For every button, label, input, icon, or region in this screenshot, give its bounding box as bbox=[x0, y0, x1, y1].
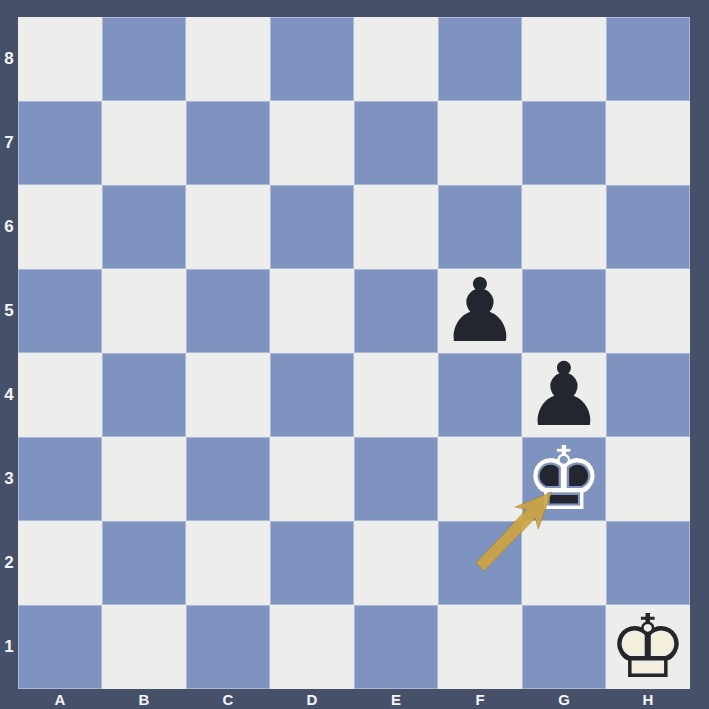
black-pawn-glyph: ♟ bbox=[438, 269, 522, 353]
chess-board-panel: ♟♟♚♔♚♔ 87654321 ABCDEFGH bbox=[0, 0, 709, 709]
square-d8[interactable] bbox=[270, 17, 354, 101]
square-g2[interactable] bbox=[522, 521, 606, 605]
black-pawn[interactable]: ♟ bbox=[438, 269, 522, 353]
file-labels: ABCDEFGH bbox=[18, 689, 690, 709]
square-g3[interactable]: ♚♔ bbox=[522, 437, 606, 521]
rank-label-1: 1 bbox=[0, 605, 18, 689]
square-a4[interactable] bbox=[18, 353, 102, 437]
square-f1[interactable] bbox=[438, 605, 522, 689]
square-e5[interactable] bbox=[354, 269, 438, 353]
square-f6[interactable] bbox=[438, 185, 522, 269]
square-h7[interactable] bbox=[606, 101, 690, 185]
square-d1[interactable] bbox=[270, 605, 354, 689]
square-d2[interactable] bbox=[270, 521, 354, 605]
white-king-outline-glyph: ♔ bbox=[606, 605, 690, 689]
square-e3[interactable] bbox=[354, 437, 438, 521]
square-c7[interactable] bbox=[186, 101, 270, 185]
file-label-h: H bbox=[606, 689, 690, 709]
square-b5[interactable] bbox=[102, 269, 186, 353]
square-e8[interactable] bbox=[354, 17, 438, 101]
rank-label-5: 5 bbox=[0, 269, 18, 353]
square-f8[interactable] bbox=[438, 17, 522, 101]
file-label-c: C bbox=[186, 689, 270, 709]
chess-board: ♟♟♚♔♚♔ bbox=[18, 17, 690, 689]
square-a6[interactable] bbox=[18, 185, 102, 269]
square-d6[interactable] bbox=[270, 185, 354, 269]
square-g5[interactable] bbox=[522, 269, 606, 353]
square-d4[interactable] bbox=[270, 353, 354, 437]
square-f4[interactable] bbox=[438, 353, 522, 437]
file-label-b: B bbox=[102, 689, 186, 709]
square-g4[interactable]: ♟ bbox=[522, 353, 606, 437]
square-d7[interactable] bbox=[270, 101, 354, 185]
square-b4[interactable] bbox=[102, 353, 186, 437]
square-f3[interactable] bbox=[438, 437, 522, 521]
file-label-g: G bbox=[522, 689, 606, 709]
square-f2[interactable] bbox=[438, 521, 522, 605]
square-b7[interactable] bbox=[102, 101, 186, 185]
square-c4[interactable] bbox=[186, 353, 270, 437]
white-king[interactable]: ♚♔ bbox=[606, 605, 690, 689]
square-b3[interactable] bbox=[102, 437, 186, 521]
square-a2[interactable] bbox=[18, 521, 102, 605]
square-c8[interactable] bbox=[186, 17, 270, 101]
file-label-d: D bbox=[270, 689, 354, 709]
square-c2[interactable] bbox=[186, 521, 270, 605]
rank-label-2: 2 bbox=[0, 521, 18, 605]
square-f7[interactable] bbox=[438, 101, 522, 185]
square-b6[interactable] bbox=[102, 185, 186, 269]
square-e1[interactable] bbox=[354, 605, 438, 689]
square-e2[interactable] bbox=[354, 521, 438, 605]
square-a5[interactable] bbox=[18, 269, 102, 353]
square-h2[interactable] bbox=[606, 521, 690, 605]
square-a3[interactable] bbox=[18, 437, 102, 521]
square-b2[interactable] bbox=[102, 521, 186, 605]
rank-labels: 87654321 bbox=[0, 17, 18, 689]
square-h4[interactable] bbox=[606, 353, 690, 437]
black-pawn[interactable]: ♟ bbox=[522, 353, 606, 437]
square-g8[interactable] bbox=[522, 17, 606, 101]
square-b1[interactable] bbox=[102, 605, 186, 689]
square-a1[interactable] bbox=[18, 605, 102, 689]
square-d3[interactable] bbox=[270, 437, 354, 521]
square-h1[interactable]: ♚♔ bbox=[606, 605, 690, 689]
square-d5[interactable] bbox=[270, 269, 354, 353]
square-c1[interactable] bbox=[186, 605, 270, 689]
rank-label-6: 6 bbox=[0, 185, 18, 269]
rank-label-8: 8 bbox=[0, 17, 18, 101]
square-c3[interactable] bbox=[186, 437, 270, 521]
square-h6[interactable] bbox=[606, 185, 690, 269]
square-h3[interactable] bbox=[606, 437, 690, 521]
black-king[interactable]: ♚♔ bbox=[522, 437, 606, 521]
square-a7[interactable] bbox=[18, 101, 102, 185]
square-h8[interactable] bbox=[606, 17, 690, 101]
square-b8[interactable] bbox=[102, 17, 186, 101]
black-king-outline-glyph: ♔ bbox=[522, 437, 606, 521]
file-label-a: A bbox=[18, 689, 102, 709]
file-label-f: F bbox=[438, 689, 522, 709]
black-pawn-glyph: ♟ bbox=[522, 353, 606, 437]
square-g1[interactable] bbox=[522, 605, 606, 689]
square-e4[interactable] bbox=[354, 353, 438, 437]
square-e7[interactable] bbox=[354, 101, 438, 185]
rank-label-3: 3 bbox=[0, 437, 18, 521]
square-e6[interactable] bbox=[354, 185, 438, 269]
square-c6[interactable] bbox=[186, 185, 270, 269]
square-g6[interactable] bbox=[522, 185, 606, 269]
file-label-e: E bbox=[354, 689, 438, 709]
rank-label-7: 7 bbox=[0, 101, 18, 185]
square-f5[interactable]: ♟ bbox=[438, 269, 522, 353]
square-g7[interactable] bbox=[522, 101, 606, 185]
rank-label-4: 4 bbox=[0, 353, 18, 437]
square-h5[interactable] bbox=[606, 269, 690, 353]
square-c5[interactable] bbox=[186, 269, 270, 353]
square-a8[interactable] bbox=[18, 17, 102, 101]
